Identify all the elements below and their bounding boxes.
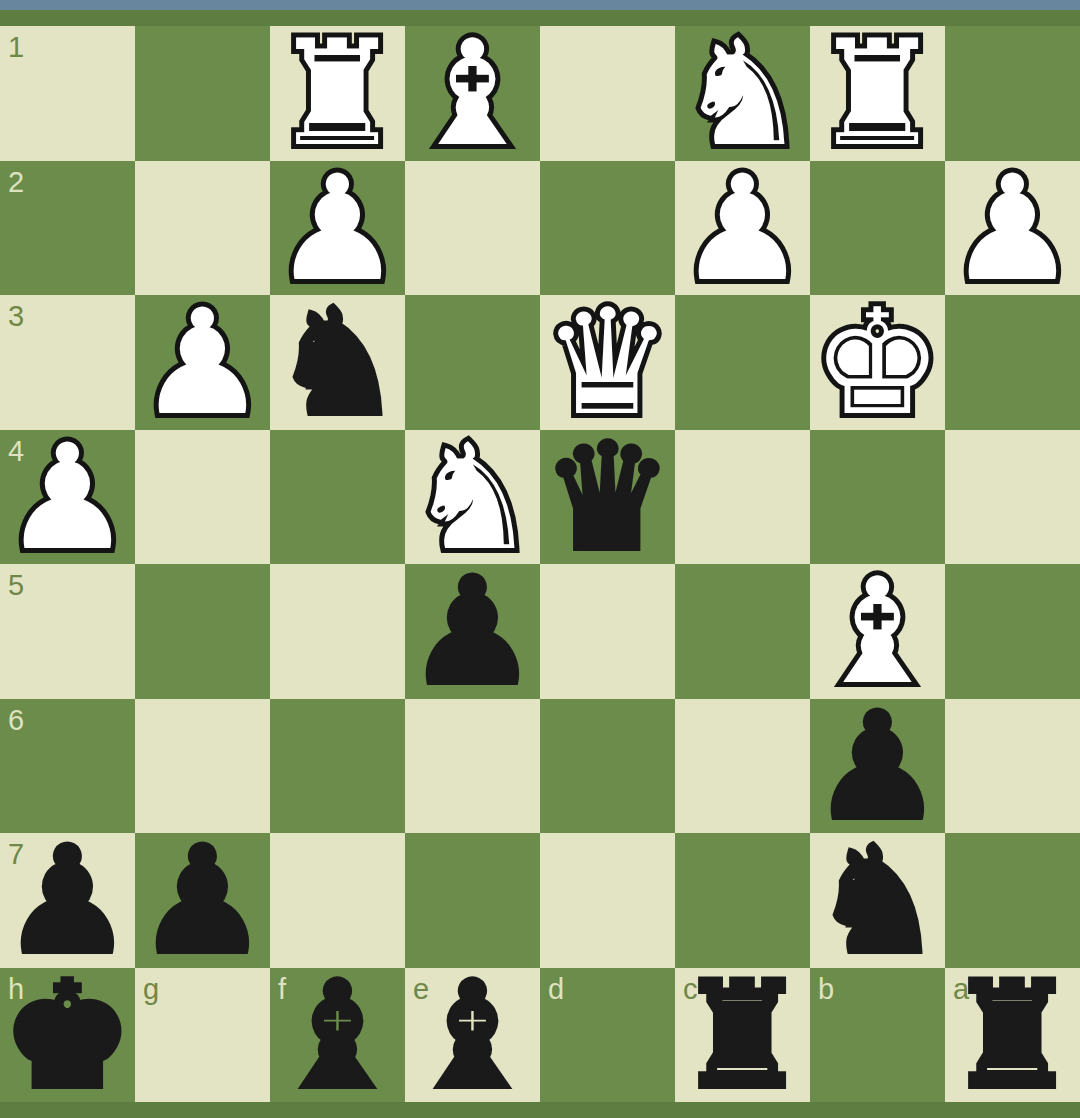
- square-g7[interactable]: ♟: [135, 833, 270, 968]
- coordinate-label-3: 3: [8, 302, 24, 331]
- square-f3[interactable]: ♞: [270, 295, 405, 430]
- square-g2[interactable]: [135, 161, 270, 296]
- square-d2[interactable]: [540, 161, 675, 296]
- square-b2[interactable]: [810, 161, 945, 296]
- square-c4[interactable]: [675, 430, 810, 565]
- square-b4[interactable]: [810, 430, 945, 565]
- piece-black-king[interactable]: ♚: [2, 968, 133, 1102]
- square-a5[interactable]: [945, 564, 1080, 699]
- square-c3[interactable]: [675, 295, 810, 430]
- square-f2[interactable]: ♟: [270, 161, 405, 296]
- square-b5[interactable]: ♝: [810, 564, 945, 699]
- piece-white-king[interactable]: ♚: [812, 295, 943, 429]
- square-b7[interactable]: ♞: [810, 833, 945, 968]
- piece-white-pawn[interactable]: ♟: [272, 161, 403, 295]
- square-f7[interactable]: [270, 833, 405, 968]
- piece-black-rook[interactable]: ♜: [677, 968, 808, 1102]
- piece-black-queen[interactable]: ♛: [542, 430, 673, 564]
- coordinate-label-1: 1: [8, 33, 24, 62]
- square-d4[interactable]: ♛: [540, 430, 675, 565]
- square-a8[interactable]: a♜: [945, 968, 1080, 1103]
- square-h4[interactable]: 4♟: [0, 430, 135, 565]
- square-d3[interactable]: ♛: [540, 295, 675, 430]
- square-g3[interactable]: ♟: [135, 295, 270, 430]
- piece-white-knight[interactable]: ♞: [407, 430, 538, 564]
- square-d6[interactable]: [540, 699, 675, 834]
- piece-white-rook[interactable]: ♜: [812, 26, 943, 160]
- square-e4[interactable]: ♞: [405, 430, 540, 565]
- coordinate-label-2: 2: [8, 168, 24, 197]
- piece-black-rook[interactable]: ♜: [947, 968, 1078, 1102]
- square-e2[interactable]: [405, 161, 540, 296]
- piece-white-knight[interactable]: ♞: [677, 26, 808, 160]
- square-c5[interactable]: [675, 564, 810, 699]
- piece-black-knight[interactable]: ♞: [272, 295, 403, 429]
- piece-white-bishop[interactable]: ♝: [812, 564, 943, 698]
- square-e5[interactable]: ♟: [405, 564, 540, 699]
- piece-black-pawn[interactable]: ♟: [407, 564, 538, 698]
- square-a1[interactable]: [945, 26, 1080, 161]
- square-g8[interactable]: g: [135, 968, 270, 1103]
- square-h3[interactable]: 3: [0, 295, 135, 430]
- piece-black-bishop[interactable]: ♝: [407, 968, 538, 1102]
- piece-white-bishop[interactable]: ♝: [407, 26, 538, 160]
- square-g1[interactable]: [135, 26, 270, 161]
- square-e1[interactable]: ♝: [405, 26, 540, 161]
- square-a7[interactable]: [945, 833, 1080, 968]
- square-b3[interactable]: ♚: [810, 295, 945, 430]
- square-a3[interactable]: [945, 295, 1080, 430]
- square-h1[interactable]: 1: [0, 26, 135, 161]
- piece-white-pawn[interactable]: ♟: [947, 161, 1078, 295]
- piece-black-bishop[interactable]: ♝: [272, 968, 403, 1102]
- square-f1[interactable]: ♜: [270, 26, 405, 161]
- piece-black-knight[interactable]: ♞: [812, 833, 943, 967]
- piece-white-pawn[interactable]: ♟: [137, 295, 268, 429]
- square-e8[interactable]: e♝: [405, 968, 540, 1103]
- square-c7[interactable]: [675, 833, 810, 968]
- square-g4[interactable]: [135, 430, 270, 565]
- chess-board[interactable]: 1♜♝♞♜2♟♟♟3♟♞♛♚4♟♞♛5♟♝6♟7♟♟♞h♚gf♝e♝dc♜ba♜: [0, 26, 1080, 1102]
- square-f5[interactable]: [270, 564, 405, 699]
- square-f8[interactable]: f♝: [270, 968, 405, 1103]
- square-e6[interactable]: [405, 699, 540, 834]
- square-e3[interactable]: [405, 295, 540, 430]
- square-g5[interactable]: [135, 564, 270, 699]
- coordinate-label-6: 6: [8, 706, 24, 735]
- square-b8[interactable]: b: [810, 968, 945, 1103]
- square-b6[interactable]: ♟: [810, 699, 945, 834]
- square-c2[interactable]: ♟: [675, 161, 810, 296]
- piece-white-pawn[interactable]: ♟: [2, 430, 133, 564]
- square-a6[interactable]: [945, 699, 1080, 834]
- piece-white-queen[interactable]: ♛: [542, 295, 673, 429]
- square-c8[interactable]: c♜: [675, 968, 810, 1103]
- square-g6[interactable]: [135, 699, 270, 834]
- piece-white-rook[interactable]: ♜: [272, 26, 403, 160]
- square-h5[interactable]: 5: [0, 564, 135, 699]
- square-f6[interactable]: [270, 699, 405, 834]
- square-d7[interactable]: [540, 833, 675, 968]
- square-h2[interactable]: 2: [0, 161, 135, 296]
- square-e7[interactable]: [405, 833, 540, 968]
- square-d1[interactable]: [540, 26, 675, 161]
- square-c1[interactable]: ♞: [675, 26, 810, 161]
- square-h8[interactable]: h♚: [0, 968, 135, 1103]
- square-h6[interactable]: 6: [0, 699, 135, 834]
- chess-app-screen: 1♜♝♞♜2♟♟♟3♟♞♛♚4♟♞♛5♟♝6♟7♟♟♞h♚gf♝e♝dc♜ba♜: [0, 0, 1080, 1118]
- square-c6[interactable]: [675, 699, 810, 834]
- square-h7[interactable]: 7♟: [0, 833, 135, 968]
- square-d8[interactable]: d: [540, 968, 675, 1103]
- piece-black-pawn[interactable]: ♟: [2, 833, 133, 967]
- piece-black-pawn[interactable]: ♟: [137, 833, 268, 967]
- piece-white-pawn[interactable]: ♟: [677, 161, 808, 295]
- coordinate-label-d: d: [548, 975, 564, 1004]
- square-f4[interactable]: [270, 430, 405, 565]
- piece-black-pawn[interactable]: ♟: [812, 699, 943, 833]
- square-d5[interactable]: [540, 564, 675, 699]
- square-a2[interactable]: ♟: [945, 161, 1080, 296]
- square-a4[interactable]: [945, 430, 1080, 565]
- square-b1[interactable]: ♜: [810, 26, 945, 161]
